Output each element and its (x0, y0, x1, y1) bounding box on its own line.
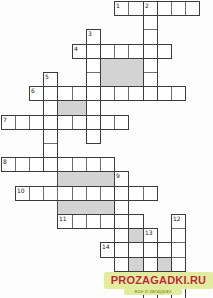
crossword-cell[interactable] (114, 1, 129, 16)
crossword-cell[interactable] (43, 100, 58, 116)
crossword-cell[interactable] (86, 214, 101, 229)
crossword-cell[interactable] (114, 214, 129, 229)
crossword-cell[interactable] (171, 257, 186, 272)
crossword-cell[interactable] (143, 257, 158, 272)
crossword-cell[interactable] (171, 86, 186, 101)
shaded-cell (100, 58, 144, 87)
crossword-cell[interactable] (171, 242, 186, 258)
shaded-cell (57, 171, 115, 187)
crossword-cell[interactable] (57, 214, 73, 229)
crossword-cell[interactable] (86, 72, 101, 87)
crossword-cell[interactable] (171, 1, 186, 16)
crossword-cell[interactable] (86, 115, 101, 130)
crossword-cell[interactable] (143, 15, 158, 30)
shaded-cell (128, 257, 144, 272)
crossword-cell[interactable] (143, 1, 158, 16)
shaded-cell (128, 228, 144, 243)
crossword-cell[interactable] (43, 115, 58, 130)
crossword-cell[interactable] (57, 86, 73, 101)
crossword-cell[interactable] (128, 86, 144, 101)
crossword-cell[interactable] (114, 257, 129, 272)
crossword-cell[interactable] (128, 44, 144, 59)
crossword-cell[interactable] (100, 44, 115, 59)
crossword-cell[interactable] (185, 1, 200, 16)
shaded-cell (157, 257, 172, 272)
crossword-cell[interactable] (57, 157, 73, 172)
shaded-cell (57, 100, 87, 116)
crossword-cell[interactable] (114, 186, 129, 201)
crossword-cell[interactable] (143, 72, 158, 87)
crossword-cell[interactable] (29, 157, 44, 172)
crossword-cell[interactable] (157, 44, 172, 59)
crossword-cell[interactable] (128, 1, 144, 16)
crossword-cell[interactable] (72, 44, 87, 59)
crossword-cell[interactable] (72, 157, 87, 172)
crossword-cell[interactable] (86, 58, 101, 73)
crossword-cell[interactable] (57, 186, 73, 201)
crossword-cell[interactable] (29, 115, 44, 130)
crossword-cell[interactable] (143, 186, 158, 201)
crossword-cell[interactable] (15, 115, 30, 130)
crossword-cell[interactable] (100, 115, 115, 130)
crossword-cell[interactable] (43, 186, 58, 201)
crossword-cell[interactable] (100, 86, 115, 101)
crossword-cell[interactable] (143, 58, 158, 73)
crossword-cell[interactable] (171, 228, 186, 243)
crossword-cell[interactable] (29, 86, 44, 101)
crossword-cell[interactable] (86, 129, 101, 144)
watermark-tagline: все о загадках (124, 288, 182, 295)
crossword-cell[interactable] (114, 242, 129, 258)
crossword-cell[interactable] (29, 186, 44, 201)
crossword-cell[interactable] (128, 186, 144, 201)
crossword-cell[interactable] (100, 186, 115, 201)
crossword-cell[interactable] (157, 86, 172, 101)
crossword-board: 123456789101112131415 (0, 0, 213, 298)
watermark-logo: PROZAGADKI.RU (104, 272, 213, 289)
crossword-cell[interactable] (86, 29, 101, 45)
crossword-cell[interactable] (86, 157, 101, 172)
crossword-cell[interactable] (15, 157, 30, 172)
crossword-cell[interactable] (114, 228, 129, 243)
crossword-cell[interactable] (57, 115, 73, 130)
crossword-cell[interactable] (72, 115, 87, 130)
crossword-cell[interactable] (86, 86, 101, 101)
crossword-cell[interactable] (72, 214, 87, 229)
crossword-cell[interactable] (114, 200, 129, 215)
crossword-cell[interactable] (114, 44, 129, 59)
crossword-cell[interactable] (72, 186, 87, 201)
crossword-cell[interactable] (143, 242, 158, 258)
crossword-cell[interactable] (43, 143, 58, 158)
crossword-cell[interactable] (15, 186, 30, 201)
crossword-cell[interactable] (128, 242, 144, 258)
crossword-cell[interactable] (143, 86, 158, 101)
crossword-cell[interactable] (86, 100, 101, 116)
crossword-cell[interactable] (143, 29, 158, 45)
crossword-cell[interactable] (1, 157, 16, 172)
crossword-cell[interactable] (143, 228, 158, 243)
crossword-cell[interactable] (143, 44, 158, 59)
crossword-cell[interactable] (114, 171, 129, 187)
crossword-cell[interactable] (157, 242, 172, 258)
crossword-cell[interactable] (86, 186, 101, 201)
crossword-cell[interactable] (1, 115, 16, 130)
crossword-cell[interactable] (86, 44, 101, 59)
crossword-cell[interactable] (114, 86, 129, 101)
crossword-cell[interactable] (171, 214, 186, 229)
crossword-cell[interactable] (72, 86, 87, 101)
crossword-cell[interactable] (100, 242, 115, 258)
crossword-cell[interactable] (100, 214, 115, 229)
crossword-cell[interactable] (43, 72, 58, 87)
crossword-cell[interactable] (114, 115, 129, 130)
crossword-cell[interactable] (100, 157, 115, 172)
shaded-cell (57, 200, 115, 215)
crossword-cell[interactable] (128, 214, 144, 229)
crossword-cell[interactable] (43, 157, 58, 172)
crossword-cell[interactable] (157, 1, 172, 16)
crossword-cell[interactable] (43, 86, 58, 101)
